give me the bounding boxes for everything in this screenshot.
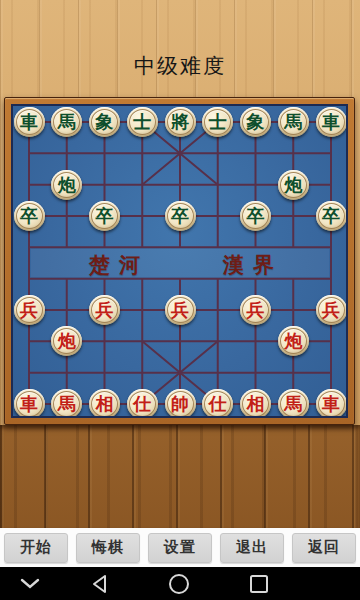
undo-move-button[interactable]: 悔棋	[76, 533, 140, 563]
button-bar: 开始 悔棋 设置 退出 返回	[0, 528, 360, 567]
wood-background-lower	[0, 425, 360, 528]
piece-兵-red[interactable]: 兵	[240, 295, 271, 325]
chevron-down-icon[interactable]	[8, 567, 52, 600]
piece-象-black[interactable]: 象	[89, 107, 120, 137]
piece-馬-black[interactable]: 馬	[278, 107, 309, 137]
river-label-right: 漢界	[205, 253, 301, 277]
exit-button[interactable]: 退出	[220, 533, 284, 563]
piece-兵-red[interactable]: 兵	[89, 295, 120, 325]
piece-仕-red[interactable]: 仕	[202, 389, 233, 418]
difficulty-title: 中级难度	[0, 52, 360, 80]
recents-icon[interactable]	[237, 567, 281, 600]
app-screen: 中级难度	[0, 0, 360, 600]
river-label-left: 楚河	[71, 253, 167, 277]
piece-車-black[interactable]: 車	[14, 107, 45, 137]
piece-相-red[interactable]: 相	[240, 389, 271, 418]
piece-馬-red[interactable]: 馬	[51, 389, 82, 418]
piece-將-black[interactable]: 將	[165, 107, 196, 137]
piece-卒-black[interactable]: 卒	[165, 201, 196, 231]
return-button[interactable]: 返回	[292, 533, 356, 563]
home-icon[interactable]	[157, 567, 201, 600]
start-button[interactable]: 开始	[4, 533, 68, 563]
piece-象-black[interactable]: 象	[240, 107, 271, 137]
settings-button[interactable]: 设置	[148, 533, 212, 563]
piece-車-red[interactable]: 車	[316, 389, 347, 418]
piece-車-red[interactable]: 車	[14, 389, 45, 418]
piece-卒-black[interactable]: 卒	[89, 201, 120, 231]
piece-車-black[interactable]: 車	[316, 107, 347, 137]
xiangqi-board[interactable]: 楚河 漢界 車馬象士將士象馬車炮炮卒卒卒卒卒兵兵兵兵兵炮炮車馬相仕帥仕相馬車	[4, 97, 355, 425]
piece-炮-black[interactable]: 炮	[51, 170, 82, 200]
piece-炮-black[interactable]: 炮	[278, 170, 309, 200]
piece-相-red[interactable]: 相	[89, 389, 120, 418]
piece-兵-red[interactable]: 兵	[14, 295, 45, 325]
piece-兵-red[interactable]: 兵	[165, 295, 196, 325]
piece-仕-red[interactable]: 仕	[127, 389, 158, 418]
piece-士-black[interactable]: 士	[127, 107, 158, 137]
android-nav-bar	[0, 567, 360, 600]
piece-馬-red[interactable]: 馬	[278, 389, 309, 418]
piece-炮-red[interactable]: 炮	[278, 326, 309, 356]
piece-卒-black[interactable]: 卒	[240, 201, 271, 231]
piece-卒-black[interactable]: 卒	[14, 201, 45, 231]
piece-卒-black[interactable]: 卒	[316, 201, 347, 231]
piece-兵-red[interactable]: 兵	[316, 295, 347, 325]
board-field[interactable]: 楚河 漢界 車馬象士將士象馬車炮炮卒卒卒卒卒兵兵兵兵兵炮炮車馬相仕帥仕相馬車	[11, 104, 348, 418]
piece-帥-red[interactable]: 帥	[165, 389, 196, 418]
back-icon[interactable]	[78, 567, 122, 600]
